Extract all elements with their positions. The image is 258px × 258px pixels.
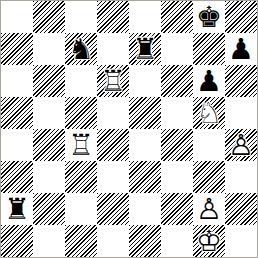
square-h2[interactable] xyxy=(225,193,257,225)
square-f7[interactable] xyxy=(161,33,193,65)
square-e4[interactable] xyxy=(129,129,161,161)
white-rook-icon: ♜♖ xyxy=(97,65,129,97)
square-e8[interactable] xyxy=(129,1,161,33)
square-a3[interactable] xyxy=(1,161,33,193)
square-b8[interactable] xyxy=(33,1,65,33)
square-h6[interactable] xyxy=(225,65,257,97)
piece-glyph: ♟ xyxy=(193,65,225,97)
piece-glyph: ♔ xyxy=(193,225,225,257)
square-c4[interactable]: ♜♖ xyxy=(65,129,97,161)
square-e6[interactable] xyxy=(129,65,161,97)
square-f5[interactable] xyxy=(161,97,193,129)
piece-glyph: ♜ xyxy=(1,193,33,225)
square-a8[interactable] xyxy=(1,1,33,33)
piece-glyph: ♙ xyxy=(193,193,225,225)
black-rook-icon: ♜♜ xyxy=(1,193,33,225)
square-d4[interactable] xyxy=(97,129,129,161)
square-f6[interactable] xyxy=(161,65,193,97)
square-b5[interactable] xyxy=(33,97,65,129)
square-c6[interactable] xyxy=(65,65,97,97)
white-knight-icon: ♞♘ xyxy=(193,97,225,129)
square-c3[interactable] xyxy=(65,161,97,193)
piece-glyph: ♚ xyxy=(193,1,225,33)
square-b3[interactable] xyxy=(33,161,65,193)
piece-glyph: ♖ xyxy=(65,129,97,161)
square-h7[interactable]: ♟♟ xyxy=(225,33,257,65)
square-g3[interactable] xyxy=(193,161,225,193)
square-b1[interactable] xyxy=(33,225,65,257)
square-g5[interactable]: ♞♘ xyxy=(193,97,225,129)
square-g2[interactable]: ♟♙ xyxy=(193,193,225,225)
white-pawn-icon: ♟♙ xyxy=(225,129,257,161)
square-f1[interactable] xyxy=(161,225,193,257)
piece-glyph: ♙ xyxy=(225,129,257,161)
square-e2[interactable] xyxy=(129,193,161,225)
square-a6[interactable] xyxy=(1,65,33,97)
white-rook-icon: ♜♖ xyxy=(65,129,97,161)
square-b2[interactable] xyxy=(33,193,65,225)
black-rook-icon: ♜♜ xyxy=(129,33,161,65)
square-a4[interactable] xyxy=(1,129,33,161)
square-a7[interactable] xyxy=(1,33,33,65)
square-g7[interactable] xyxy=(193,33,225,65)
piece-glyph: ♖ xyxy=(97,65,129,97)
square-h8[interactable] xyxy=(225,1,257,33)
black-knight-icon: ♞♞ xyxy=(65,33,97,65)
square-d2[interactable] xyxy=(97,193,129,225)
white-king-icon: ♚♔ xyxy=(193,225,225,257)
square-b4[interactable] xyxy=(33,129,65,161)
square-h3[interactable] xyxy=(225,161,257,193)
square-c2[interactable] xyxy=(65,193,97,225)
square-c5[interactable] xyxy=(65,97,97,129)
square-a1[interactable] xyxy=(1,225,33,257)
square-g8[interactable]: ♚♚ xyxy=(193,1,225,33)
square-c7[interactable]: ♞♞ xyxy=(65,33,97,65)
black-king-icon: ♚♚ xyxy=(193,1,225,33)
black-pawn-icon: ♟♟ xyxy=(225,33,257,65)
square-a5[interactable] xyxy=(1,97,33,129)
chess-board: ♚♚♞♞♜♜♟♟♜♖♟♟♞♘♜♖♟♙♜♜♟♙♚♔ xyxy=(0,0,258,258)
square-d6[interactable]: ♜♖ xyxy=(97,65,129,97)
square-g4[interactable] xyxy=(193,129,225,161)
square-h1[interactable] xyxy=(225,225,257,257)
square-a2[interactable]: ♜♜ xyxy=(1,193,33,225)
square-f4[interactable] xyxy=(161,129,193,161)
square-b6[interactable] xyxy=(33,65,65,97)
square-f3[interactable] xyxy=(161,161,193,193)
square-g6[interactable]: ♟♟ xyxy=(193,65,225,97)
square-e1[interactable] xyxy=(129,225,161,257)
square-d5[interactable] xyxy=(97,97,129,129)
black-pawn-icon: ♟♟ xyxy=(193,65,225,97)
square-f2[interactable] xyxy=(161,193,193,225)
square-f8[interactable] xyxy=(161,1,193,33)
square-b7[interactable] xyxy=(33,33,65,65)
piece-glyph: ♞ xyxy=(65,33,97,65)
square-e7[interactable]: ♜♜ xyxy=(129,33,161,65)
square-h4[interactable]: ♟♙ xyxy=(225,129,257,161)
square-d1[interactable] xyxy=(97,225,129,257)
square-h5[interactable] xyxy=(225,97,257,129)
square-c1[interactable] xyxy=(65,225,97,257)
square-d3[interactable] xyxy=(97,161,129,193)
square-d7[interactable] xyxy=(97,33,129,65)
chess-diagram: ♚♚♞♞♜♜♟♟♜♖♟♟♞♘♜♖♟♙♜♜♟♙♚♔ xyxy=(0,0,258,258)
square-d8[interactable] xyxy=(97,1,129,33)
square-c8[interactable] xyxy=(65,1,97,33)
square-e3[interactable] xyxy=(129,161,161,193)
piece-glyph: ♘ xyxy=(193,97,225,129)
piece-glyph: ♟ xyxy=(225,33,257,65)
square-g1[interactable]: ♚♔ xyxy=(193,225,225,257)
white-pawn-icon: ♟♙ xyxy=(193,193,225,225)
piece-glyph: ♜ xyxy=(129,33,161,65)
square-e5[interactable] xyxy=(129,97,161,129)
